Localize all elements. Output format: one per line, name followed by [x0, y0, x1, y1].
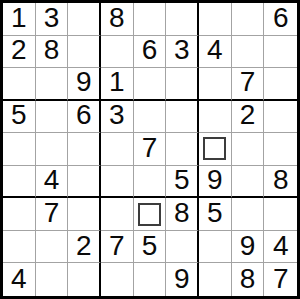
cell-r7c6[interactable]: 8 [166, 198, 199, 231]
cell-r5c3[interactable] [68, 133, 101, 166]
cell-r5c4[interactable] [101, 133, 134, 166]
cell-r8c5[interactable]: 5 [134, 231, 167, 264]
cell-r1c3[interactable] [68, 3, 101, 36]
cell-r7c7[interactable]: 5 [199, 198, 232, 231]
given-digit: 2 [11, 36, 27, 64]
given-digit: 5 [142, 232, 158, 260]
cell-r8c9[interactable]: 4 [264, 231, 297, 264]
cell-r7c1[interactable] [3, 198, 36, 231]
cell-r2c2[interactable]: 8 [36, 36, 69, 69]
given-digit: 1 [11, 4, 27, 32]
cell-r3c1[interactable] [3, 68, 36, 101]
cell-r4c6[interactable] [166, 101, 199, 134]
cell-r9c4[interactable] [101, 263, 134, 296]
cell-r8c6[interactable] [166, 231, 199, 264]
cell-r3c3[interactable]: 9 [68, 68, 101, 101]
cell-r5c1[interactable] [3, 133, 36, 166]
given-digit: 7 [142, 134, 158, 162]
given-digit: 9 [174, 265, 190, 293]
cell-r6c8[interactable] [232, 166, 265, 199]
given-digit: 3 [174, 36, 190, 64]
cell-r1c4[interactable]: 8 [101, 3, 134, 36]
given-digit: 4 [11, 265, 27, 293]
cell-r1c5[interactable] [134, 3, 167, 36]
given-digit: 5 [11, 101, 27, 129]
cell-r4c2[interactable] [36, 101, 69, 134]
cell-r8c3[interactable]: 2 [68, 231, 101, 264]
cell-r3c7[interactable] [199, 68, 232, 101]
given-digit: 5 [174, 166, 190, 194]
given-digit: 2 [240, 101, 256, 129]
cell-r3c5[interactable] [134, 68, 167, 101]
cell-r7c2[interactable]: 7 [36, 198, 69, 231]
cell-r6c6[interactable]: 5 [166, 166, 199, 199]
cell-r1c7[interactable] [199, 3, 232, 36]
cell-r8c4[interactable]: 7 [101, 231, 134, 264]
cell-r5c8[interactable] [232, 133, 265, 166]
cell-r3c9[interactable] [264, 68, 297, 101]
cell-r9c8[interactable]: 8 [232, 263, 265, 296]
cell-r2c8[interactable] [232, 36, 265, 69]
cell-r6c7[interactable]: 9 [199, 166, 232, 199]
given-digit: 6 [273, 4, 289, 32]
sudoku-board: 138628634917563274598785275944987 [0, 0, 300, 299]
cell-r5c9[interactable] [264, 133, 297, 166]
cell-r9c7[interactable] [199, 263, 232, 296]
cell-r3c2[interactable] [36, 68, 69, 101]
cell-r4c9[interactable] [264, 101, 297, 134]
given-digit: 7 [109, 232, 125, 260]
cell-r4c4[interactable]: 3 [101, 101, 134, 134]
given-digit: 9 [240, 232, 256, 260]
cell-r1c2[interactable]: 3 [36, 3, 69, 36]
given-digit: 8 [44, 36, 60, 64]
cell-r1c8[interactable] [232, 3, 265, 36]
given-digit: 8 [240, 265, 256, 293]
cell-r6c1[interactable] [3, 166, 36, 199]
cell-r2c7[interactable]: 4 [199, 36, 232, 69]
cell-r8c7[interactable] [199, 231, 232, 264]
given-digit: 3 [44, 4, 60, 32]
cell-r3c8[interactable]: 7 [232, 68, 265, 101]
cell-r3c6[interactable] [166, 68, 199, 101]
given-digit: 1 [109, 68, 125, 96]
cell-r7c8[interactable] [232, 198, 265, 231]
cell-r4c1[interactable]: 5 [3, 101, 36, 134]
cell-r2c3[interactable] [68, 36, 101, 69]
cell-r1c1[interactable]: 1 [3, 3, 36, 36]
given-digit: 5 [207, 199, 223, 227]
cell-r2c9[interactable] [264, 36, 297, 69]
cell-r4c3[interactable]: 6 [68, 101, 101, 134]
given-digit: 6 [76, 101, 92, 129]
cell-r9c5[interactable] [134, 263, 167, 296]
cell-r5c7[interactable] [199, 133, 232, 166]
cell-r2c1[interactable]: 2 [3, 36, 36, 69]
cell-r9c9[interactable]: 7 [264, 263, 297, 296]
marker-box [138, 203, 161, 226]
cell-r7c4[interactable] [101, 198, 134, 231]
given-digit: 4 [273, 232, 289, 260]
given-digit: 4 [207, 36, 223, 64]
cell-r9c6[interactable]: 9 [166, 263, 199, 296]
marker-box [203, 137, 226, 160]
cell-r4c7[interactable] [199, 101, 232, 134]
cell-r7c3[interactable] [68, 198, 101, 231]
cell-r3c4[interactable]: 1 [101, 68, 134, 101]
given-digit: 8 [109, 4, 125, 32]
given-digit: 6 [142, 36, 158, 64]
cell-r5c2[interactable] [36, 133, 69, 166]
given-digit: 7 [273, 265, 289, 293]
cell-r4c5[interactable] [134, 101, 167, 134]
given-digit: 7 [240, 68, 256, 96]
given-digit: 3 [109, 101, 125, 129]
cell-r9c1[interactable]: 4 [3, 263, 36, 296]
cell-r7c5[interactable] [134, 198, 167, 231]
given-digit: 9 [76, 68, 92, 96]
given-digit: 7 [44, 199, 60, 227]
given-digit: 9 [207, 166, 223, 194]
given-digit: 8 [174, 199, 190, 227]
cell-r2c6[interactable]: 3 [166, 36, 199, 69]
given-digit: 2 [76, 232, 92, 260]
given-digit: 8 [273, 166, 289, 194]
cell-r1c6[interactable] [166, 3, 199, 36]
cell-r8c8[interactable]: 9 [232, 231, 265, 264]
cell-r6c9[interactable]: 8 [264, 166, 297, 199]
cell-r7c9[interactable] [264, 198, 297, 231]
cell-r8c2[interactable] [36, 231, 69, 264]
given-digit: 4 [44, 166, 60, 194]
cell-r6c4[interactable] [101, 166, 134, 199]
cell-r2c5[interactable]: 6 [134, 36, 167, 69]
cell-r6c5[interactable] [134, 166, 167, 199]
cell-r9c2[interactable] [36, 263, 69, 296]
cell-r8c1[interactable] [3, 231, 36, 264]
cell-r6c3[interactable] [68, 166, 101, 199]
cell-r4c8[interactable]: 2 [232, 101, 265, 134]
cell-r1c9[interactable]: 6 [264, 3, 297, 36]
cell-r5c6[interactable] [166, 133, 199, 166]
cell-r9c3[interactable] [68, 263, 101, 296]
cell-r2c4[interactable] [101, 36, 134, 69]
cell-r6c2[interactable]: 4 [36, 166, 69, 199]
cell-r5c5[interactable]: 7 [134, 133, 167, 166]
